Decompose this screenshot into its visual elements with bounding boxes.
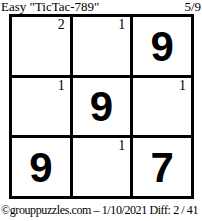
clue-number: 1	[118, 17, 125, 32]
cell-r2c2[interactable]: 7	[133, 138, 191, 196]
puzzle-page: Easy "TicTac-789" 5/9 2 1 9 1 9 1	[0, 0, 202, 221]
cell-r1c1[interactable]: 9	[73, 78, 131, 136]
clue-number: 1	[118, 138, 125, 153]
copyright-text: ©grouppuzzles.com – 1/10/2021 Diff: 2 / …	[1, 203, 198, 217]
cell-r0c2[interactable]: 9	[133, 17, 191, 75]
puzzle-title: Easy "TicTac-789"	[1, 0, 99, 14]
cell-r0c0[interactable]: 2	[12, 17, 70, 75]
footer: ©grouppuzzles.com – 1/10/2021 Diff: 2 / …	[1, 203, 202, 218]
clue-number: 2	[58, 17, 65, 32]
header: Easy "TicTac-789" 5/9	[1, 0, 201, 14]
cell-r1c0[interactable]: 1	[12, 78, 70, 136]
cell-value: 9	[150, 24, 173, 68]
clue-number: 1	[58, 78, 65, 93]
cell-r2c0[interactable]: 9	[12, 138, 70, 196]
cell-r0c1[interactable]: 1	[73, 17, 131, 75]
cell-value: 9	[90, 84, 113, 128]
cell-value: 9	[29, 145, 52, 189]
cell-r1c2[interactable]: 1	[133, 78, 191, 136]
clue-number: 1	[179, 78, 186, 93]
tictac-board: 2 1 9 1 9 1 9 1	[9, 14, 194, 199]
page-number: 5/9	[184, 0, 201, 14]
cell-r2c1[interactable]: 1	[73, 138, 131, 196]
cell-value: 7	[150, 145, 173, 189]
